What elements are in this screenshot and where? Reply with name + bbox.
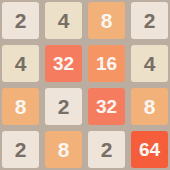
tile-r1c2-value-4: 4 bbox=[45, 2, 82, 39]
tile-r3c2-value-2: 2 bbox=[45, 88, 82, 125]
tile-r1c3-value-8: 8 bbox=[88, 2, 125, 39]
tile-r2c3-value-16: 16 bbox=[88, 45, 125, 82]
tile-r3c3-value-32: 32 bbox=[88, 88, 125, 125]
tile-r3c4-value-8: 8 bbox=[131, 88, 168, 125]
tile-r1c4-value-2: 2 bbox=[131, 2, 168, 39]
tile-r2c4-value-4: 4 bbox=[131, 45, 168, 82]
tile-r1c1-value-2: 2 bbox=[2, 2, 39, 39]
tile-r2c2-value-32: 32 bbox=[45, 45, 82, 82]
tile-r4c1-value-2: 2 bbox=[2, 131, 39, 168]
tile-r4c4-value-64: 64 bbox=[131, 131, 168, 168]
tile-r2c1-value-4: 4 bbox=[2, 45, 39, 82]
board-2048[interactable]: 24824321648232828264 bbox=[0, 0, 170, 170]
tile-r3c1-value-8: 8 bbox=[2, 88, 39, 125]
tile-r4c3-value-2: 2 bbox=[88, 131, 125, 168]
tile-r4c2-value-8: 8 bbox=[45, 131, 82, 168]
